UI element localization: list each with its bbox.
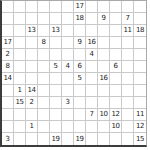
cell-r12c5[interactable]: 19 bbox=[50, 133, 62, 145]
cell-r6c4[interactable] bbox=[38, 61, 50, 73]
cell-r3c2[interactable] bbox=[14, 25, 26, 37]
cell-r6c11[interactable] bbox=[122, 61, 134, 73]
clue-number: 19 bbox=[52, 136, 60, 143]
cell-r6c5[interactable]: 5 bbox=[50, 61, 62, 73]
cell-r7c4[interactable] bbox=[38, 73, 50, 85]
cell-r5c4[interactable] bbox=[38, 49, 50, 61]
cell-r9c2[interactable]: 15 bbox=[14, 97, 26, 109]
cell-r1c8[interactable] bbox=[86, 1, 98, 13]
cell-r9c5[interactable] bbox=[50, 97, 62, 109]
cell-r7c11[interactable] bbox=[122, 73, 134, 85]
cell-r12c6[interactable] bbox=[62, 133, 74, 145]
cell-r9c7[interactable] bbox=[74, 97, 86, 109]
cell-r5c7[interactable] bbox=[74, 49, 86, 61]
cell-r9c10[interactable] bbox=[110, 97, 122, 109]
cell-r1c6[interactable] bbox=[62, 1, 74, 13]
cell-r9c8[interactable] bbox=[86, 97, 98, 109]
clue-number: 4 bbox=[66, 63, 70, 70]
cell-r4c12[interactable] bbox=[134, 37, 146, 49]
cell-r11c2[interactable] bbox=[14, 121, 26, 133]
cell-r8c12[interactable] bbox=[134, 85, 146, 97]
cell-r12c9[interactable] bbox=[98, 133, 110, 145]
cell-r2c10[interactable] bbox=[110, 13, 122, 25]
cell-r1c5[interactable] bbox=[50, 1, 62, 13]
cell-r8c8[interactable] bbox=[86, 85, 98, 97]
cell-r5c8[interactable]: 4 bbox=[86, 49, 98, 61]
cell-r7c6[interactable] bbox=[62, 73, 74, 85]
cell-r8c5[interactable] bbox=[50, 85, 62, 97]
cell-r4c8[interactable]: 16 bbox=[86, 37, 98, 49]
cell-r5c3[interactable] bbox=[26, 49, 38, 61]
clue-number: 12 bbox=[112, 111, 120, 118]
cell-r10c6[interactable] bbox=[62, 109, 74, 121]
cell-r7c9[interactable]: 16 bbox=[98, 73, 110, 85]
cell-r11c11[interactable] bbox=[122, 121, 134, 133]
cell-r8c9[interactable] bbox=[98, 85, 110, 97]
cell-r5c9[interactable] bbox=[98, 49, 110, 61]
clue-number: 10 bbox=[112, 123, 120, 130]
cell-r4c3[interactable] bbox=[26, 37, 38, 49]
clue-number: 2 bbox=[6, 51, 10, 58]
cell-r2c11[interactable]: 7 bbox=[122, 13, 134, 25]
cell-r11c5[interactable] bbox=[50, 121, 62, 133]
cell-r9c4[interactable] bbox=[38, 97, 50, 109]
cell-r4c9[interactable] bbox=[98, 37, 110, 49]
cell-r7c12[interactable] bbox=[134, 73, 146, 85]
cell-r3c6[interactable] bbox=[62, 25, 74, 37]
cell-r5c2[interactable] bbox=[14, 49, 26, 61]
clue-number: 1 bbox=[18, 87, 22, 94]
cell-r3c1[interactable] bbox=[2, 25, 14, 37]
clue-number: 18 bbox=[76, 15, 84, 22]
cell-r9c12[interactable] bbox=[134, 97, 146, 109]
cell-r11c3[interactable]: 1 bbox=[26, 121, 38, 133]
cell-r4c2[interactable] bbox=[14, 37, 26, 49]
cell-r2c4[interactable] bbox=[38, 13, 50, 25]
cell-r5c6[interactable] bbox=[62, 49, 74, 61]
cell-r7c5[interactable] bbox=[50, 73, 62, 85]
cell-r9c3[interactable]: 2 bbox=[26, 97, 38, 109]
cell-r1c12[interactable] bbox=[134, 1, 146, 13]
cell-r12c1[interactable]: 3 bbox=[2, 133, 14, 145]
clue-number: 5 bbox=[54, 63, 58, 70]
cell-r12c12[interactable]: 15 bbox=[134, 133, 146, 145]
cell-r8c3[interactable]: 14 bbox=[26, 85, 38, 97]
cell-r5c11[interactable] bbox=[122, 49, 134, 61]
cell-r12c7[interactable]: 19 bbox=[74, 133, 86, 145]
cell-r2c7[interactable]: 18 bbox=[74, 13, 86, 25]
clue-number: 15 bbox=[16, 99, 24, 106]
cell-r8c4[interactable] bbox=[38, 85, 50, 97]
clue-number: 11 bbox=[124, 27, 132, 34]
cell-r10c4[interactable] bbox=[38, 109, 50, 121]
cell-r2c3[interactable] bbox=[26, 13, 38, 25]
cell-r1c2[interactable] bbox=[14, 1, 26, 13]
clue-number: 6 bbox=[114, 63, 118, 70]
clue-number: 12 bbox=[136, 123, 144, 130]
cell-r11c9[interactable] bbox=[98, 121, 110, 133]
cell-r10c2[interactable] bbox=[14, 109, 26, 121]
cell-r6c6[interactable]: 4 bbox=[62, 61, 74, 73]
cell-r4c7[interactable]: 9 bbox=[74, 37, 86, 49]
cell-r3c10[interactable] bbox=[110, 25, 122, 37]
cell-r12c3[interactable] bbox=[26, 133, 38, 145]
cell-r3c4[interactable] bbox=[38, 25, 50, 37]
cell-r2c2[interactable] bbox=[14, 13, 26, 25]
cell-r11c8[interactable] bbox=[86, 121, 98, 133]
cell-r3c5[interactable]: 13 bbox=[50, 25, 62, 37]
clue-number: 14 bbox=[4, 75, 12, 82]
clue-number: 5 bbox=[78, 75, 82, 82]
cell-r6c3[interactable] bbox=[26, 61, 38, 73]
cell-r5c1[interactable]: 2 bbox=[2, 49, 14, 61]
cell-r1c1[interactable] bbox=[2, 1, 14, 13]
cell-r3c7[interactable] bbox=[74, 25, 86, 37]
cell-r4c4[interactable]: 8 bbox=[38, 37, 50, 49]
cell-r8c6[interactable] bbox=[62, 85, 74, 97]
cell-r11c7[interactable] bbox=[74, 121, 86, 133]
cell-r1c7[interactable]: 17 bbox=[74, 1, 86, 13]
cell-r5c5[interactable] bbox=[50, 49, 62, 61]
cell-r3c3[interactable]: 13 bbox=[26, 25, 38, 37]
cell-r10c3[interactable] bbox=[26, 109, 38, 121]
cell-r9c11[interactable] bbox=[122, 97, 134, 109]
cell-r1c11[interactable] bbox=[122, 1, 134, 13]
cell-r10c5[interactable] bbox=[50, 109, 62, 121]
cell-r4c1[interactable]: 17 bbox=[2, 37, 14, 49]
cell-r7c3[interactable] bbox=[26, 73, 38, 85]
cell-r4c10[interactable] bbox=[110, 37, 122, 49]
clue-number: 16 bbox=[88, 39, 96, 46]
cell-r4c6[interactable] bbox=[62, 37, 74, 49]
cell-r7c10[interactable] bbox=[110, 73, 122, 85]
clue-number: 13 bbox=[52, 27, 60, 34]
cell-r2c8[interactable] bbox=[86, 13, 98, 25]
cell-r2c12[interactable] bbox=[134, 13, 146, 25]
clue-number: 7 bbox=[126, 15, 130, 22]
clue-number: 4 bbox=[90, 51, 94, 58]
cell-r11c12[interactable]: 12 bbox=[134, 121, 146, 133]
clue-number: 1 bbox=[30, 123, 34, 130]
clue-number: 17 bbox=[76, 3, 84, 10]
cell-r11c1[interactable] bbox=[2, 121, 14, 133]
cell-r2c9[interactable]: 9 bbox=[98, 13, 110, 25]
cell-r4c5[interactable] bbox=[50, 37, 62, 49]
cell-r12c4[interactable] bbox=[38, 133, 50, 145]
cell-r6c12[interactable] bbox=[134, 61, 146, 73]
cell-r6c7[interactable]: 6 bbox=[74, 61, 86, 73]
cell-r6c8[interactable] bbox=[86, 61, 98, 73]
cell-r3c11[interactable]: 11 bbox=[122, 25, 134, 37]
cell-r7c7[interactable]: 5 bbox=[74, 73, 86, 85]
cell-r1c10[interactable] bbox=[110, 1, 122, 13]
cell-r10c11[interactable] bbox=[122, 109, 134, 121]
cell-r12c2[interactable] bbox=[14, 133, 26, 145]
cell-r10c7[interactable] bbox=[74, 109, 86, 121]
cell-r8c2[interactable]: 1 bbox=[14, 85, 26, 97]
cell-r2c5[interactable] bbox=[50, 13, 62, 25]
cell-r1c3[interactable] bbox=[26, 1, 38, 13]
cell-r4c11[interactable] bbox=[122, 37, 134, 49]
cell-r7c1[interactable]: 14 bbox=[2, 73, 14, 85]
cell-r10c10[interactable]: 12 bbox=[110, 109, 122, 121]
cell-r8c7[interactable] bbox=[74, 85, 86, 97]
clue-number: 3 bbox=[6, 136, 10, 143]
cell-r7c8[interactable] bbox=[86, 73, 98, 85]
cell-r5c12[interactable] bbox=[134, 49, 146, 61]
cell-r10c9[interactable]: 10 bbox=[98, 109, 110, 121]
clue-number: 17 bbox=[4, 39, 12, 46]
cell-r10c1[interactable] bbox=[2, 109, 14, 121]
cell-r10c8[interactable]: 7 bbox=[86, 109, 98, 121]
clue-number: 15 bbox=[136, 136, 144, 143]
cell-r11c4[interactable] bbox=[38, 121, 50, 133]
cell-r8c1[interactable] bbox=[2, 85, 14, 97]
clue-number: 16 bbox=[100, 75, 108, 82]
cell-r10c12[interactable]: 11 bbox=[134, 109, 146, 121]
clue-number: 3 bbox=[66, 99, 70, 106]
puzzle-board: 1718971313111817891624854661451611415237… bbox=[0, 0, 147, 147]
cell-r6c10[interactable]: 6 bbox=[110, 61, 122, 73]
cell-r1c4[interactable] bbox=[38, 1, 50, 13]
cell-r6c1[interactable]: 8 bbox=[2, 61, 14, 73]
clue-number: 9 bbox=[102, 15, 106, 22]
clue-number: 2 bbox=[30, 99, 34, 106]
cell-r12c10[interactable] bbox=[110, 133, 122, 145]
cell-r7c2[interactable] bbox=[14, 73, 26, 85]
cell-r2c6[interactable] bbox=[62, 13, 74, 25]
cell-r3c9[interactable] bbox=[98, 25, 110, 37]
cell-r2c1[interactable] bbox=[2, 13, 14, 25]
cell-r6c2[interactable] bbox=[14, 61, 26, 73]
clue-number: 9 bbox=[78, 39, 82, 46]
clue-number: 11 bbox=[136, 111, 144, 118]
clue-number: 6 bbox=[78, 63, 82, 70]
clue-number: 8 bbox=[42, 39, 46, 46]
cell-r3c8[interactable] bbox=[86, 25, 98, 37]
clue-number: 10 bbox=[100, 111, 108, 118]
cell-r8c11[interactable] bbox=[122, 85, 134, 97]
clue-number: 14 bbox=[28, 87, 36, 94]
cell-r3c12[interactable]: 18 bbox=[134, 25, 146, 37]
cell-r8c10[interactable] bbox=[110, 85, 122, 97]
cell-r1c9[interactable] bbox=[98, 1, 110, 13]
clue-number: 8 bbox=[6, 63, 10, 70]
clue-number: 18 bbox=[136, 27, 144, 34]
cell-r6c9[interactable] bbox=[98, 61, 110, 73]
clue-number: 7 bbox=[90, 111, 94, 118]
clue-number: 13 bbox=[28, 27, 36, 34]
clue-number: 19 bbox=[76, 136, 84, 143]
cell-r9c6[interactable]: 3 bbox=[62, 97, 74, 109]
cell-r9c1[interactable] bbox=[2, 97, 14, 109]
cell-r9c9[interactable] bbox=[98, 97, 110, 109]
cell-r11c10[interactable]: 10 bbox=[110, 121, 122, 133]
cell-r12c11[interactable] bbox=[122, 133, 134, 145]
cell-r12c8[interactable] bbox=[86, 133, 98, 145]
cell-r11c6[interactable] bbox=[62, 121, 74, 133]
cell-r5c10[interactable] bbox=[110, 49, 122, 61]
